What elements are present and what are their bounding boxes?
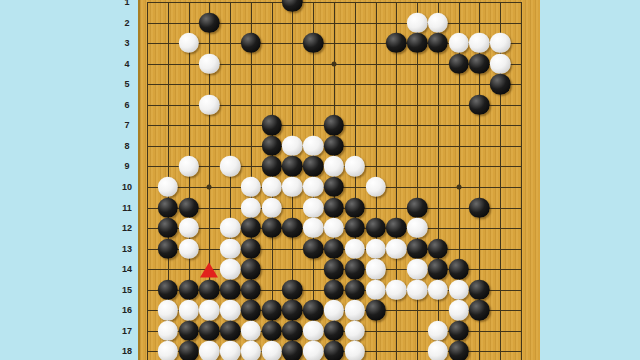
grid-line-vertical (396, 2, 397, 360)
row-label: 1 (124, 0, 129, 7)
black-stone (448, 341, 468, 360)
star-point (207, 184, 212, 189)
white-stone (303, 341, 323, 360)
row-label: 11 (122, 203, 132, 213)
black-stone (178, 341, 198, 360)
row-label: 13 (122, 244, 132, 254)
white-stone (261, 341, 281, 360)
grid-line-horizontal (147, 2, 522, 3)
star-point (332, 61, 337, 66)
row-label: 15 (122, 285, 132, 295)
go-board[interactable] (138, 0, 540, 360)
row-label: 8 (124, 141, 129, 151)
grid-line-horizontal (147, 84, 522, 85)
grid-line-vertical (438, 2, 439, 360)
row-label: 3 (124, 38, 129, 48)
grid-line-vertical (417, 2, 418, 360)
row-label: 4 (124, 59, 129, 69)
white-stone (158, 341, 178, 360)
white-stone (199, 341, 219, 360)
row-label: 18 (122, 346, 132, 356)
white-stone (345, 341, 365, 360)
row-label: 14 (122, 264, 132, 274)
row-label: 17 (122, 326, 132, 336)
star-point (456, 184, 461, 189)
black-stone (282, 341, 302, 360)
black-stone (324, 341, 344, 360)
red-triangle-marker (200, 263, 218, 278)
white-stone (241, 341, 261, 360)
white-stone (428, 341, 448, 360)
row-label: 7 (124, 120, 129, 130)
row-label: 5 (124, 79, 129, 89)
row-label: 9 (124, 161, 129, 171)
row-label: 16 (122, 305, 132, 315)
row-label: 6 (124, 100, 129, 110)
row-label: 2 (124, 18, 129, 28)
page-background: 123456789101112131415161718 (0, 0, 640, 360)
row-label: 12 (122, 223, 132, 233)
row-label: 10 (122, 182, 132, 192)
white-stone (220, 341, 240, 360)
grid-line-vertical (147, 2, 148, 360)
grid-line-vertical (521, 2, 522, 360)
